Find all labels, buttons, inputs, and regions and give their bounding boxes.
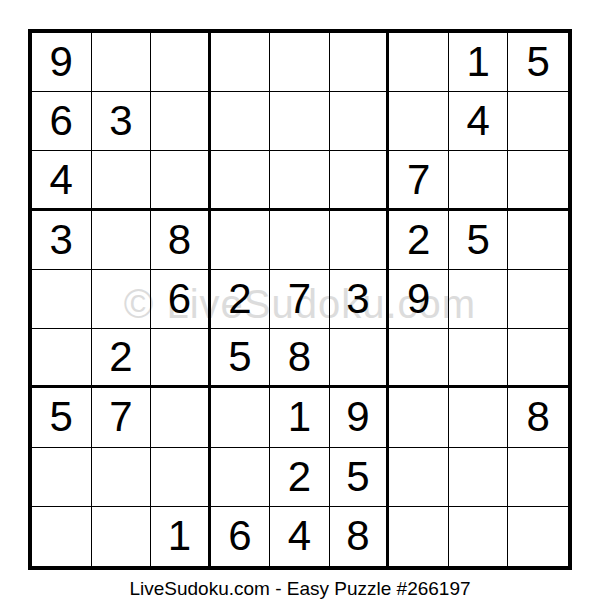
cell-r4c7[interactable]: 2: [389, 211, 449, 270]
cell-r5c6[interactable]: 3: [330, 270, 390, 329]
cell-r5c3[interactable]: 6: [151, 270, 211, 329]
cell-r2c5[interactable]: [270, 92, 330, 151]
cell-r1c9[interactable]: 5: [508, 33, 568, 92]
cell-r1c8[interactable]: 1: [449, 33, 509, 92]
cell-r3c1[interactable]: 4: [32, 151, 92, 210]
cell-r6c8[interactable]: [449, 329, 509, 388]
cell-r2c1[interactable]: 6: [32, 92, 92, 151]
cell-r8c7[interactable]: [389, 448, 449, 507]
cell-r7c9[interactable]: 8: [508, 388, 568, 447]
cell-r5c4[interactable]: 2: [211, 270, 271, 329]
cell-r5c2[interactable]: [92, 270, 152, 329]
cell-r9c4[interactable]: 6: [211, 507, 271, 566]
cell-r5c9[interactable]: [508, 270, 568, 329]
cell-r1c4[interactable]: [211, 33, 271, 92]
cell-r1c2[interactable]: [92, 33, 152, 92]
cell-r6c2[interactable]: 2: [92, 329, 152, 388]
cell-r5c5[interactable]: 7: [270, 270, 330, 329]
cell-r7c1[interactable]: 5: [32, 388, 92, 447]
cell-r6c9[interactable]: [508, 329, 568, 388]
cell-r3c9[interactable]: [508, 151, 568, 210]
cell-r2c8[interactable]: 4: [449, 92, 509, 151]
cell-r6c1[interactable]: [32, 329, 92, 388]
cell-r8c9[interactable]: [508, 448, 568, 507]
cell-r8c3[interactable]: [151, 448, 211, 507]
cell-r5c7[interactable]: 9: [389, 270, 449, 329]
cell-r3c3[interactable]: [151, 151, 211, 210]
puzzle-caption: LiveSudoku.com - Easy Puzzle #266197: [0, 578, 600, 600]
cell-r6c4[interactable]: 5: [211, 329, 271, 388]
cell-r9c2[interactable]: [92, 507, 152, 566]
cell-r7c6[interactable]: 9: [330, 388, 390, 447]
cell-r5c8[interactable]: [449, 270, 509, 329]
cell-r3c8[interactable]: [449, 151, 509, 210]
cell-r3c2[interactable]: [92, 151, 152, 210]
cell-r8c8[interactable]: [449, 448, 509, 507]
cell-r4c6[interactable]: [330, 211, 390, 270]
cell-r9c1[interactable]: [32, 507, 92, 566]
cell-r2c6[interactable]: [330, 92, 390, 151]
cell-r6c3[interactable]: [151, 329, 211, 388]
cell-r1c1[interactable]: 9: [32, 33, 92, 92]
cell-r4c8[interactable]: 5: [449, 211, 509, 270]
cell-r2c7[interactable]: [389, 92, 449, 151]
cell-r9c7[interactable]: [389, 507, 449, 566]
cell-r4c1[interactable]: 3: [32, 211, 92, 270]
cell-r4c2[interactable]: [92, 211, 152, 270]
cell-r2c4[interactable]: [211, 92, 271, 151]
cell-r7c4[interactable]: [211, 388, 271, 447]
cell-r4c3[interactable]: 8: [151, 211, 211, 270]
sudoku-page: © LiveSudoku.com 91563447382562739258571…: [0, 0, 600, 615]
sudoku-board: © LiveSudoku.com 91563447382562739258571…: [28, 29, 572, 570]
cell-r3c7[interactable]: 7: [389, 151, 449, 210]
cell-r9c9[interactable]: [508, 507, 568, 566]
cell-r4c5[interactable]: [270, 211, 330, 270]
cell-r8c1[interactable]: [32, 448, 92, 507]
cell-r9c8[interactable]: [449, 507, 509, 566]
cell-r2c2[interactable]: 3: [92, 92, 152, 151]
cell-r9c3[interactable]: 1: [151, 507, 211, 566]
cell-r1c3[interactable]: [151, 33, 211, 92]
cell-r7c8[interactable]: [449, 388, 509, 447]
cell-r4c4[interactable]: [211, 211, 271, 270]
cell-r9c6[interactable]: 8: [330, 507, 390, 566]
cell-r1c7[interactable]: [389, 33, 449, 92]
cell-r8c5[interactable]: 2: [270, 448, 330, 507]
cell-r4c9[interactable]: [508, 211, 568, 270]
cell-r9c5[interactable]: 4: [270, 507, 330, 566]
cell-r6c5[interactable]: 8: [270, 329, 330, 388]
cell-r5c1[interactable]: [32, 270, 92, 329]
cell-r7c2[interactable]: 7: [92, 388, 152, 447]
cell-r6c6[interactable]: [330, 329, 390, 388]
cell-r8c4[interactable]: [211, 448, 271, 507]
cell-r7c5[interactable]: 1: [270, 388, 330, 447]
cell-r3c6[interactable]: [330, 151, 390, 210]
cell-r8c6[interactable]: 5: [330, 448, 390, 507]
cell-r2c3[interactable]: [151, 92, 211, 151]
cell-r1c6[interactable]: [330, 33, 390, 92]
cell-r3c5[interactable]: [270, 151, 330, 210]
cell-r1c5[interactable]: [270, 33, 330, 92]
cell-r2c9[interactable]: [508, 92, 568, 151]
cell-r7c3[interactable]: [151, 388, 211, 447]
cell-r7c7[interactable]: [389, 388, 449, 447]
cell-r8c2[interactable]: [92, 448, 152, 507]
cell-r3c4[interactable]: [211, 151, 271, 210]
cell-r6c7[interactable]: [389, 329, 449, 388]
